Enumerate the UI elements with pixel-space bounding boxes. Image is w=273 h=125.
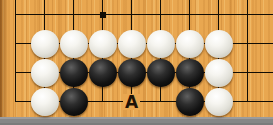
white-stone bbox=[31, 59, 59, 87]
white-stone bbox=[205, 88, 233, 116]
board-left-edge-shade bbox=[0, 0, 8, 117]
white-stone bbox=[205, 59, 233, 87]
white-stone bbox=[147, 30, 175, 58]
white-stone bbox=[60, 30, 88, 58]
white-stone bbox=[205, 30, 233, 58]
black-stone bbox=[176, 88, 204, 116]
black-stone bbox=[60, 88, 88, 116]
app-background-strip bbox=[0, 117, 273, 125]
point-label-a[interactable]: A bbox=[123, 94, 140, 110]
white-stone bbox=[89, 30, 117, 58]
black-stone bbox=[118, 59, 146, 87]
go-board-diagram: A bbox=[0, 0, 273, 125]
white-stone bbox=[31, 30, 59, 58]
black-stone bbox=[176, 59, 204, 87]
grid-horizontal-line-4 bbox=[15, 14, 273, 15]
grid-vertical-line-J bbox=[247, 0, 248, 102]
white-stone bbox=[176, 30, 204, 58]
grid-vertical-line-A bbox=[15, 0, 16, 102]
hoshi-star-point bbox=[100, 12, 106, 18]
black-stone bbox=[60, 59, 88, 87]
black-stone bbox=[147, 59, 175, 87]
white-stone bbox=[118, 30, 146, 58]
white-stone bbox=[31, 88, 59, 116]
black-stone bbox=[89, 59, 117, 87]
